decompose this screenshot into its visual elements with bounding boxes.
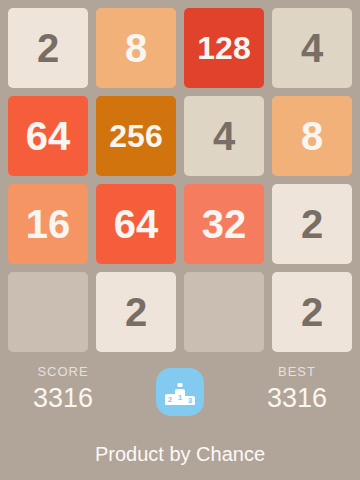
- tile-64-r2c1: 64: [8, 96, 88, 176]
- tile-256-r2c2: 256: [96, 96, 176, 176]
- podium-topper: [178, 383, 183, 387]
- best-value: 3316: [242, 383, 352, 414]
- tile-2-r1c1: 2: [8, 8, 88, 88]
- tile-2-r3c4: 2: [272, 184, 352, 264]
- podium-third-place: 3: [185, 396, 195, 405]
- tile-8-r1c2: 8: [96, 8, 176, 88]
- score-block: SCORE 3316: [8, 364, 118, 414]
- tile-128-r1c3: 128: [184, 8, 264, 88]
- empty-cell-r4c1: [8, 272, 88, 352]
- tile-8-r2c4: 8: [272, 96, 352, 176]
- tile-2-r4c4: 2: [272, 272, 352, 352]
- best-label: BEST: [242, 364, 352, 379]
- best-block: BEST 3316: [242, 364, 352, 414]
- score-label: SCORE: [8, 364, 118, 379]
- board[interactable]: 2812846425648166432222: [0, 0, 360, 360]
- podium: 2 1 3: [165, 389, 195, 405]
- tile-2-r4c2: 2: [96, 272, 176, 352]
- tile-16-r3c1: 16: [8, 184, 88, 264]
- footer: SCORE 3316 2 1 3 BEST 3316 Product by Ch…: [0, 352, 360, 480]
- podium-second-place: 2: [165, 394, 175, 405]
- score-value: 3316: [8, 383, 118, 414]
- tile-4-r1c4: 4: [272, 8, 352, 88]
- tile-32-r3c3: 32: [184, 184, 264, 264]
- game-screen: 2812846425648166432222 SCORE 3316 2 1 3 …: [0, 0, 360, 480]
- tile-4-r2c3: 4: [184, 96, 264, 176]
- podium-first-place: 1: [175, 389, 185, 405]
- tile-64-r3c2: 64: [96, 184, 176, 264]
- credit-text: Product by Chance: [0, 443, 360, 466]
- leaderboard-podium-icon[interactable]: 2 1 3: [156, 368, 204, 416]
- empty-cell-r4c3: [184, 272, 264, 352]
